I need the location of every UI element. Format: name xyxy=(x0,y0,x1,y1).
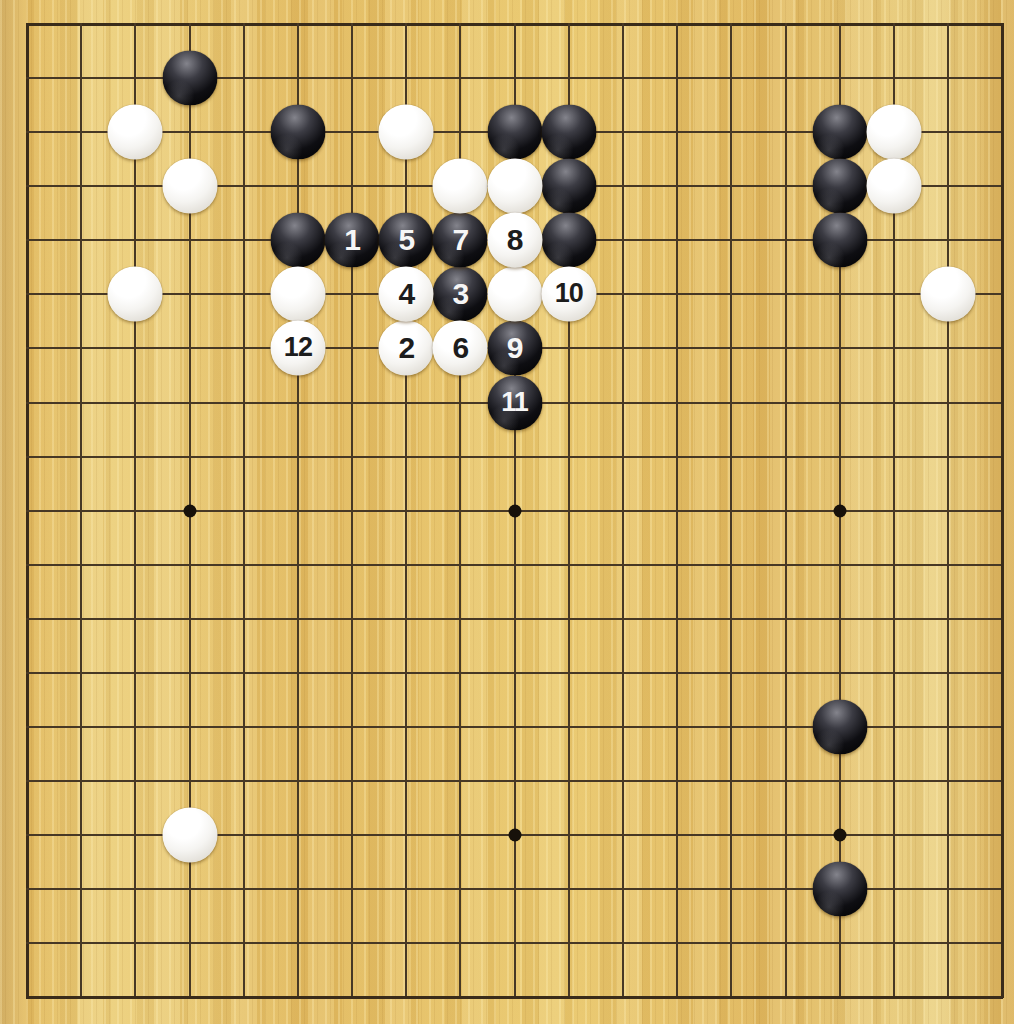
white-stone: 12 xyxy=(270,321,325,376)
black-stone xyxy=(812,159,867,214)
black-stone xyxy=(812,862,867,917)
black-stone xyxy=(541,105,596,160)
black-stone xyxy=(270,105,325,160)
black-stone: 9 xyxy=(487,321,542,376)
grid-line-horizontal xyxy=(26,942,1003,944)
black-stone xyxy=(812,700,867,755)
white-stone xyxy=(162,159,217,214)
white-stone xyxy=(433,159,488,214)
white-stone xyxy=(270,267,325,322)
black-stone: 1 xyxy=(325,213,380,268)
black-stone xyxy=(270,213,325,268)
black-stone xyxy=(162,51,217,106)
move-number-label: 11 xyxy=(501,388,528,417)
white-stone: 10 xyxy=(541,267,596,322)
move-number-label: 5 xyxy=(398,224,414,256)
move-number-label: 2 xyxy=(398,332,414,364)
black-stone: 11 xyxy=(487,375,542,430)
white-stone: 4 xyxy=(379,267,434,322)
move-number-label: 12 xyxy=(284,334,312,363)
star-point xyxy=(833,504,846,517)
black-stone: 5 xyxy=(379,213,434,268)
grid-line-horizontal xyxy=(26,780,1003,782)
grid-line-horizontal xyxy=(26,996,1003,999)
move-number-label: 9 xyxy=(507,332,523,364)
black-stone xyxy=(812,213,867,268)
move-number-label: 3 xyxy=(453,278,469,310)
black-stone: 3 xyxy=(433,267,488,322)
white-stone xyxy=(866,159,921,214)
black-stone xyxy=(541,159,596,214)
black-stone xyxy=(487,105,542,160)
move-number-label: 6 xyxy=(453,332,469,364)
move-number-label: 10 xyxy=(555,280,583,309)
black-stone xyxy=(812,105,867,160)
star-point xyxy=(508,504,521,517)
grid-line-horizontal xyxy=(26,618,1003,620)
star-point xyxy=(508,829,521,842)
white-stone xyxy=(108,105,163,160)
star-point xyxy=(833,829,846,842)
white-stone: 2 xyxy=(379,321,434,376)
white-stone xyxy=(921,267,976,322)
grid-line-vertical xyxy=(730,23,732,998)
star-point xyxy=(183,504,196,517)
white-stone xyxy=(487,267,542,322)
move-number-label: 8 xyxy=(507,224,523,256)
move-number-label: 7 xyxy=(453,224,469,256)
black-stone xyxy=(541,213,596,268)
white-stone xyxy=(866,105,921,160)
grid-line-vertical xyxy=(622,23,624,998)
grid-line-vertical xyxy=(947,23,949,998)
black-stone: 7 xyxy=(433,213,488,268)
grid-line-vertical xyxy=(785,23,787,998)
go-board: 135791124681012 xyxy=(0,0,1014,1024)
white-stone: 6 xyxy=(433,321,488,376)
white-stone xyxy=(108,267,163,322)
white-stone: 8 xyxy=(487,213,542,268)
grid-line-vertical xyxy=(1001,23,1004,998)
move-number-label: 1 xyxy=(344,224,360,256)
white-stone xyxy=(162,808,217,863)
grid-line-vertical xyxy=(676,23,678,998)
white-stone xyxy=(379,105,434,160)
grid-line-horizontal xyxy=(26,672,1003,674)
move-number-label: 4 xyxy=(398,278,414,310)
white-stone xyxy=(487,159,542,214)
grid-line-horizontal xyxy=(26,564,1003,566)
